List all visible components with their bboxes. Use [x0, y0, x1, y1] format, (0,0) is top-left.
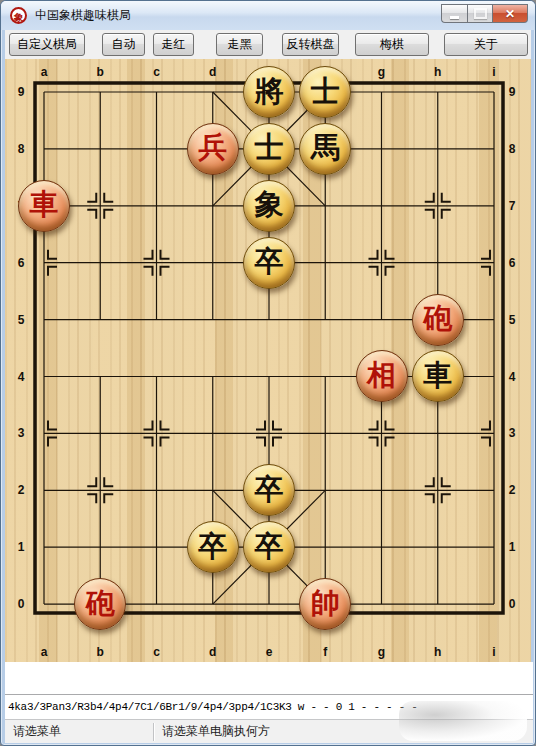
piece-char: 帥: [311, 589, 340, 618]
button-move-black[interactable]: 走黑: [216, 33, 263, 56]
button-auto[interactable]: 自动: [102, 33, 145, 56]
window-controls: ✕: [441, 4, 528, 23]
piece-p-e6[interactable]: 卒: [243, 237, 295, 289]
piece-char: 馬: [311, 133, 340, 162]
file-label-bottom: a: [35, 645, 53, 659]
minimize-button[interactable]: [441, 4, 467, 23]
piece-char: 砲: [86, 589, 115, 618]
file-label-bottom: b: [91, 645, 109, 659]
fen-bar: 4ka3/3Pan3/R3b4/4p4/7C1/6Br1/9/4p4/3pp4/…: [5, 695, 533, 719]
maximize-icon: [474, 8, 487, 19]
file-label-bottom: d: [204, 645, 222, 659]
close-icon: ✕: [505, 7, 515, 21]
file-label-bottom: f: [316, 645, 334, 659]
app-window: 象 中国象棋趣味棋局 ✕ 自定义棋局 自动 走红 走黑 反转棋盘 梅棋 关于 a…: [0, 0, 536, 746]
file-label-bottom: h: [429, 645, 447, 659]
piece-a-f9[interactable]: 士: [299, 66, 351, 118]
piece-B-g4[interactable]: 相: [356, 350, 408, 402]
maximize-button[interactable]: [467, 4, 493, 23]
piece-k-e9[interactable]: 將: [243, 66, 295, 118]
status-left: 请选菜单: [5, 723, 153, 740]
piece-K-f0[interactable]: 帥: [299, 578, 351, 630]
piece-r-h4[interactable]: 車: [412, 350, 464, 402]
file-label-bottom: e: [260, 645, 278, 659]
piece-char: 車: [30, 190, 59, 219]
button-flip-board[interactable]: 反转棋盘: [282, 33, 339, 56]
move-list-panel[interactable]: [5, 662, 533, 695]
file-label-bottom: i: [485, 645, 503, 659]
piece-C-b0[interactable]: 砲: [74, 578, 126, 630]
button-undo[interactable]: 梅棋: [355, 33, 429, 56]
status-right: 请选菜单电脑执何方: [154, 723, 533, 740]
piece-char: 砲: [423, 304, 452, 333]
close-button[interactable]: ✕: [493, 4, 528, 23]
piece-char: 卒: [255, 532, 284, 561]
button-custom-position[interactable]: 自定义棋局: [9, 33, 85, 56]
piece-char: 卒: [255, 475, 284, 504]
piece-C-h5[interactable]: 砲: [412, 294, 464, 346]
status-bar: 请选菜单 请选菜单电脑执何方: [5, 719, 533, 743]
file-label-bottom: c: [148, 645, 166, 659]
piece-p-d1[interactable]: 卒: [187, 521, 239, 573]
piece-char: 象: [255, 190, 284, 219]
button-move-red[interactable]: 走红: [153, 33, 194, 56]
piece-char: 士: [255, 133, 284, 162]
board-panel: aabbccddeeffgghhii99887766554433221100 將…: [5, 59, 531, 662]
fen-text: 4ka3/3Pan3/R3b4/4p4/7C1/6Br1/9/4p4/3pp4/…: [5, 701, 418, 713]
piece-p-e1[interactable]: 卒: [243, 521, 295, 573]
window-title: 中国象棋趣味棋局: [35, 7, 131, 24]
piece-a-e8[interactable]: 士: [243, 123, 295, 175]
piece-b-e7[interactable]: 象: [243, 180, 295, 232]
piece-grid: 將士兵士馬車象卒砲相車卒卒卒砲帥: [16, 64, 522, 633]
piece-char: 將: [255, 77, 284, 106]
piece-R-a7[interactable]: 車: [18, 180, 70, 232]
piece-char: 兵: [198, 133, 227, 162]
piece-char: 卒: [255, 247, 284, 276]
piece-char: 相: [367, 361, 396, 390]
minimize-icon: [450, 16, 459, 19]
piece-char: 車: [423, 361, 452, 390]
piece-p-e2[interactable]: 卒: [243, 464, 295, 516]
app-icon: 象: [10, 7, 27, 24]
piece-char: 卒: [198, 532, 227, 561]
piece-n-f8[interactable]: 馬: [299, 123, 351, 175]
titlebar: 象 中国象棋趣味棋局 ✕: [1, 1, 535, 30]
toolbar: 自定义棋局 自动 走红 走黑 反转棋盘 梅棋 关于: [5, 30, 531, 59]
piece-char: 士: [311, 77, 340, 106]
button-about[interactable]: 关于: [444, 33, 528, 56]
file-label-bottom: g: [373, 645, 391, 659]
piece-P-d8[interactable]: 兵: [187, 123, 239, 175]
